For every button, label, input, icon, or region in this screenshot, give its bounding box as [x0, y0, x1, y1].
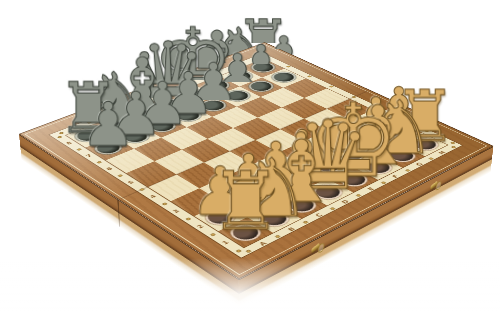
brass-clasp-left [311, 240, 324, 257]
brass-clasp-right [430, 178, 441, 193]
chess-board: ABCDEFGH12345678 ♜♞♝♛♚♝♞♜♟♟♟♟♟♟♟♟♟♟♟♟♟♟♟… [19, 42, 494, 279]
piece-glyph: ♜ [177, 98, 314, 233]
product-photo-scene: ABCDEFGH12345678 ♜♞♝♛♚♝♞♜♟♟♟♟♟♟♟♟♟♟♟♟♟♟♟… [0, 0, 500, 331]
fold-seam-left-face [117, 199, 120, 227]
board-surface: ABCDEFGH12345678 ♜♞♝♛♚♝♞♜♟♟♟♟♟♟♟♟♟♟♟♟♟♟♟… [19, 42, 494, 279]
piece-glyph: ♟ [48, 28, 170, 147]
